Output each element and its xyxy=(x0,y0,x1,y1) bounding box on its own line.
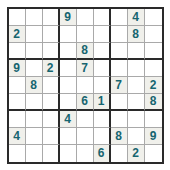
cell-r6c8[interactable] xyxy=(128,94,145,111)
cell-r6c2[interactable] xyxy=(26,94,43,111)
cell-r5c8[interactable] xyxy=(128,77,145,94)
cell-r2c7[interactable] xyxy=(111,26,128,43)
cell-r7c6[interactable] xyxy=(94,111,111,128)
cell-r8c4[interactable] xyxy=(60,128,77,145)
cell-r3c4[interactable] xyxy=(60,43,77,60)
sudoku-board: 94288927872618448962 xyxy=(7,7,164,164)
cell-r8c2[interactable] xyxy=(26,128,43,145)
cell-r8c7[interactable]: 8 xyxy=(111,128,128,145)
cell-r4c8[interactable] xyxy=(128,60,145,77)
cell-r6c4[interactable] xyxy=(60,94,77,111)
cell-r7c9[interactable] xyxy=(145,111,162,128)
cell-r1c3[interactable] xyxy=(43,9,60,26)
cell-r6c5[interactable]: 6 xyxy=(77,94,94,111)
cell-r9c5[interactable] xyxy=(77,145,94,162)
cell-r2c8[interactable]: 8 xyxy=(128,26,145,43)
cell-r4c1[interactable]: 9 xyxy=(9,60,26,77)
cell-r9c4[interactable] xyxy=(60,145,77,162)
cell-r3c2[interactable] xyxy=(26,43,43,60)
cell-r6c7[interactable] xyxy=(111,94,128,111)
cell-r4c9[interactable] xyxy=(145,60,162,77)
cell-r4c6[interactable] xyxy=(94,60,111,77)
cell-r5c3[interactable] xyxy=(43,77,60,94)
cell-r4c5[interactable]: 7 xyxy=(77,60,94,77)
cell-r9c6[interactable]: 6 xyxy=(94,145,111,162)
cell-r9c1[interactable] xyxy=(9,145,26,162)
cell-r8c1[interactable]: 4 xyxy=(9,128,26,145)
cell-r6c6[interactable]: 1 xyxy=(94,94,111,111)
cell-r4c3[interactable]: 2 xyxy=(43,60,60,77)
cell-r9c7[interactable] xyxy=(111,145,128,162)
cell-r8c6[interactable] xyxy=(94,128,111,145)
cell-r2c3[interactable] xyxy=(43,26,60,43)
cell-r8c5[interactable] xyxy=(77,128,94,145)
cell-r2c2[interactable] xyxy=(26,26,43,43)
cell-r5c1[interactable] xyxy=(9,77,26,94)
cell-r5c9[interactable]: 2 xyxy=(145,77,162,94)
cell-r7c7[interactable] xyxy=(111,111,128,128)
cell-r6c3[interactable] xyxy=(43,94,60,111)
cell-r5c2[interactable]: 8 xyxy=(26,77,43,94)
cell-r4c2[interactable] xyxy=(26,60,43,77)
cell-r3c5[interactable]: 8 xyxy=(77,43,94,60)
cell-r7c1[interactable] xyxy=(9,111,26,128)
cell-r8c9[interactable]: 9 xyxy=(145,128,162,145)
cell-r9c8[interactable]: 2 xyxy=(128,145,145,162)
cell-r5c7[interactable]: 7 xyxy=(111,77,128,94)
cell-r2c4[interactable] xyxy=(60,26,77,43)
cell-r1c2[interactable] xyxy=(26,9,43,26)
cell-r1c5[interactable] xyxy=(77,9,94,26)
cell-r2c6[interactable] xyxy=(94,26,111,43)
cell-r3c3[interactable] xyxy=(43,43,60,60)
cell-r7c4[interactable]: 4 xyxy=(60,111,77,128)
cell-r7c2[interactable] xyxy=(26,111,43,128)
cell-r4c7[interactable] xyxy=(111,60,128,77)
page: 94288927872618448962 xyxy=(0,0,170,170)
cell-r2c9[interactable] xyxy=(145,26,162,43)
cell-r8c3[interactable] xyxy=(43,128,60,145)
cell-r9c9[interactable] xyxy=(145,145,162,162)
cell-r2c1[interactable]: 2 xyxy=(9,26,26,43)
cell-r1c7[interactable] xyxy=(111,9,128,26)
cell-r7c8[interactable] xyxy=(128,111,145,128)
cell-r8c8[interactable] xyxy=(128,128,145,145)
cell-r3c1[interactable] xyxy=(9,43,26,60)
cell-r3c9[interactable] xyxy=(145,43,162,60)
cell-r6c1[interactable] xyxy=(9,94,26,111)
cell-r9c2[interactable] xyxy=(26,145,43,162)
cell-r1c6[interactable] xyxy=(94,9,111,26)
cell-r5c6[interactable] xyxy=(94,77,111,94)
cell-r1c8[interactable]: 4 xyxy=(128,9,145,26)
cell-r1c9[interactable] xyxy=(145,9,162,26)
cell-r2c5[interactable] xyxy=(77,26,94,43)
cell-r5c4[interactable] xyxy=(60,77,77,94)
cell-r4c4[interactable] xyxy=(60,60,77,77)
cell-r7c5[interactable] xyxy=(77,111,94,128)
cell-r7c3[interactable] xyxy=(43,111,60,128)
cell-r9c3[interactable] xyxy=(43,145,60,162)
cell-r3c6[interactable] xyxy=(94,43,111,60)
cell-r3c8[interactable] xyxy=(128,43,145,60)
cell-r3c7[interactable] xyxy=(111,43,128,60)
cell-r1c4[interactable]: 9 xyxy=(60,9,77,26)
cell-r6c9[interactable]: 8 xyxy=(145,94,162,111)
cell-r1c1[interactable] xyxy=(9,9,26,26)
cell-r5c5[interactable] xyxy=(77,77,94,94)
